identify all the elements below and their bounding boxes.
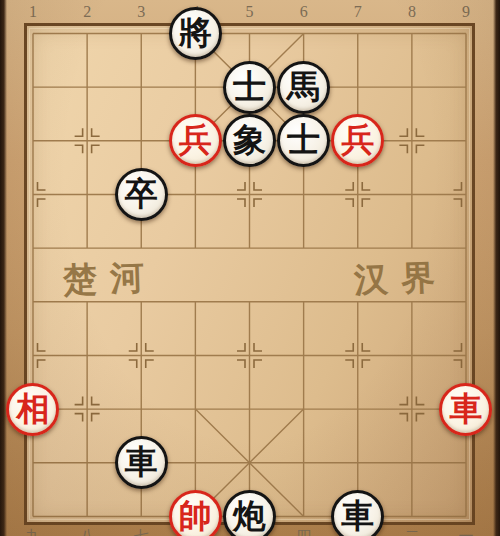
piece-red-soldier[interactable]: 兵	[169, 114, 222, 167]
piece-character: 將	[179, 16, 212, 49]
piece-character: 車	[125, 445, 158, 478]
piece-character: 卒	[125, 177, 158, 210]
piece-layer: 將士馬兵象士兵卒相車車帥炮車	[6, 7, 493, 536]
piece-character: 馬	[287, 70, 320, 103]
piece-character: 象	[233, 123, 266, 156]
piece-black-elephant[interactable]: 象	[223, 114, 276, 167]
piece-black-chariot[interactable]: 車	[115, 436, 168, 489]
piece-character: 兵	[341, 123, 374, 156]
piece-black-horse[interactable]: 馬	[277, 61, 330, 114]
piece-character: 炮	[233, 499, 266, 532]
piece-character: 士	[287, 123, 320, 156]
piece-character: 帥	[179, 499, 212, 532]
piece-black-cannon[interactable]: 炮	[223, 490, 276, 536]
piece-red-elephant[interactable]: 相	[6, 383, 59, 436]
piece-black-advisor[interactable]: 士	[277, 114, 330, 167]
piece-character: 士	[233, 70, 266, 103]
piece-black-advisor[interactable]: 士	[223, 61, 276, 114]
xiangqi-board: 楚河 汉界 123456789 九八七六五四三二一 將士馬兵象士兵卒相車車帥炮車	[0, 0, 500, 536]
piece-black-general[interactable]: 將	[169, 7, 222, 60]
piece-character: 兵	[179, 123, 212, 156]
piece-character: 車	[341, 499, 374, 532]
piece-red-chariot[interactable]: 車	[439, 383, 492, 436]
piece-red-soldier[interactable]: 兵	[331, 114, 384, 167]
piece-character: 車	[449, 392, 482, 425]
piece-character: 相	[16, 392, 49, 425]
piece-black-chariot[interactable]: 車	[331, 490, 384, 536]
piece-black-soldier[interactable]: 卒	[115, 168, 168, 221]
piece-red-general[interactable]: 帥	[169, 490, 222, 536]
